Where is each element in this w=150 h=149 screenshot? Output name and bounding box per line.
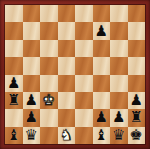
- square-a1[interactable]: ♝: [5, 127, 23, 144]
- piece-black-pawn: ♟: [130, 93, 143, 108]
- square-b2[interactable]: ♟: [23, 109, 41, 126]
- square-d7[interactable]: [58, 22, 76, 39]
- square-e7[interactable]: [75, 22, 93, 39]
- square-f4[interactable]: [93, 75, 111, 92]
- piece-black-king: ♚: [130, 127, 143, 142]
- square-d1[interactable]: ♞: [58, 127, 76, 144]
- square-g6[interactable]: [110, 40, 128, 57]
- square-h1[interactable]: ♚: [128, 127, 146, 144]
- square-h4[interactable]: [128, 75, 146, 92]
- square-a6[interactable]: [5, 40, 23, 57]
- square-c4[interactable]: [40, 75, 58, 92]
- square-a3[interactable]: ♜: [5, 92, 23, 109]
- square-b4[interactable]: [23, 75, 41, 92]
- square-f2[interactable]: ♟: [93, 109, 111, 126]
- piece-white-knight: ♞: [60, 127, 73, 142]
- square-d8[interactable]: [58, 5, 76, 22]
- square-g5[interactable]: [110, 57, 128, 74]
- square-c7[interactable]: [40, 22, 58, 39]
- square-c2[interactable]: [40, 109, 58, 126]
- square-d5[interactable]: [58, 57, 76, 74]
- square-h6[interactable]: [128, 40, 146, 57]
- piece-black-rook: ♜: [7, 93, 20, 108]
- square-d3[interactable]: [58, 92, 76, 109]
- square-c8[interactable]: [40, 5, 58, 22]
- square-b1[interactable]: ♛: [23, 127, 41, 144]
- square-f3[interactable]: [93, 92, 111, 109]
- square-a8[interactable]: [5, 5, 23, 22]
- square-b6[interactable]: [23, 40, 41, 57]
- square-g8[interactable]: [110, 5, 128, 22]
- square-e3[interactable]: [75, 92, 93, 109]
- square-g3[interactable]: [110, 92, 128, 109]
- piece-black-bishop: ♝: [7, 127, 20, 142]
- piece-black-pawn: ♟: [95, 23, 108, 38]
- square-b7[interactable]: [23, 22, 41, 39]
- square-a7[interactable]: [5, 22, 23, 39]
- square-h3[interactable]: ♟: [128, 92, 146, 109]
- square-f8[interactable]: [93, 5, 111, 22]
- square-e4[interactable]: [75, 75, 93, 92]
- square-d6[interactable]: [58, 40, 76, 57]
- square-d2[interactable]: [58, 109, 76, 126]
- square-g1[interactable]: ♛: [110, 127, 128, 144]
- square-b8[interactable]: [23, 5, 41, 22]
- piece-black-pawn: ♟: [112, 110, 125, 125]
- piece-black-queen: ♛: [112, 127, 125, 142]
- square-e1[interactable]: [75, 127, 93, 144]
- board: ♟♟♜♟♚♟♟♟♟♜♝♛♞♝♛♚: [5, 5, 145, 144]
- square-g4[interactable]: [110, 75, 128, 92]
- piece-black-queen: ♛: [25, 127, 38, 142]
- square-f6[interactable]: [93, 40, 111, 57]
- square-b3[interactable]: ♟: [23, 92, 41, 109]
- square-c1[interactable]: [40, 127, 58, 144]
- square-a5[interactable]: [5, 57, 23, 74]
- square-a4[interactable]: ♟: [5, 75, 23, 92]
- square-d4[interactable]: [58, 75, 76, 92]
- square-g7[interactable]: [110, 22, 128, 39]
- square-c6[interactable]: [40, 40, 58, 57]
- square-e5[interactable]: [75, 57, 93, 74]
- square-h2[interactable]: ♜: [128, 109, 146, 126]
- square-c3[interactable]: ♚: [40, 92, 58, 109]
- square-c5[interactable]: [40, 57, 58, 74]
- piece-white-king: ♚: [42, 93, 55, 108]
- square-e2[interactable]: [75, 109, 93, 126]
- square-f1[interactable]: ♝: [93, 127, 111, 144]
- square-b5[interactable]: [23, 57, 41, 74]
- piece-black-pawn: ♟: [25, 110, 38, 125]
- piece-black-pawn: ♟: [25, 93, 38, 108]
- square-f7[interactable]: ♟: [93, 22, 111, 39]
- board-frame: ♟♟♜♟♚♟♟♟♟♜♝♛♞♝♛♚: [0, 0, 150, 149]
- piece-black-bishop: ♝: [95, 127, 108, 142]
- square-e8[interactable]: [75, 5, 93, 22]
- square-g2[interactable]: ♟: [110, 109, 128, 126]
- square-e6[interactable]: [75, 40, 93, 57]
- square-h8[interactable]: [128, 5, 146, 22]
- square-a2[interactable]: [5, 109, 23, 126]
- square-h5[interactable]: [128, 57, 146, 74]
- piece-black-pawn: ♟: [7, 75, 20, 90]
- square-f5[interactable]: [93, 57, 111, 74]
- piece-black-rook: ♜: [130, 110, 143, 125]
- square-h7[interactable]: [128, 22, 146, 39]
- piece-black-pawn: ♟: [95, 110, 108, 125]
